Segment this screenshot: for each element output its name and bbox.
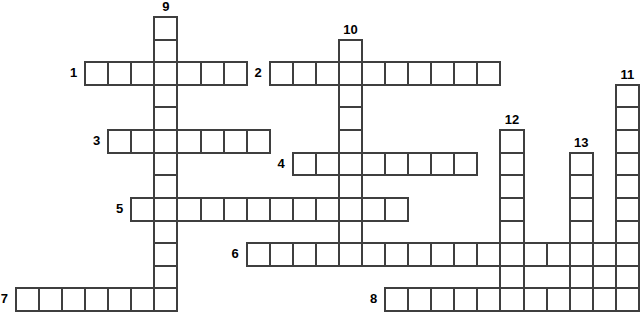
cell-r12-c24[interactable] [569, 287, 594, 312]
cell-r10-c14[interactable] [338, 242, 363, 267]
cell-r11-c6[interactable] [153, 265, 178, 290]
cell-r12-c20[interactable] [476, 287, 501, 312]
cell-r7-c21[interactable] [499, 174, 524, 199]
cell-r6-c14[interactable] [338, 152, 363, 177]
cell-r10-c13[interactable] [315, 242, 340, 267]
cell-r6-c18[interactable] [430, 152, 455, 177]
cell-r6-c13[interactable] [315, 152, 340, 177]
clue-number-3: 3 [77, 129, 100, 154]
cell-r8-c6[interactable] [153, 197, 178, 222]
cell-r10-c16[interactable] [384, 242, 409, 267]
cell-r6-c16[interactable] [384, 152, 409, 177]
cell-r3-c14[interactable] [338, 84, 363, 109]
cell-r8-c16[interactable] [384, 197, 409, 222]
cell-r1-c14[interactable] [338, 39, 363, 64]
cell-r10-c12[interactable] [292, 242, 317, 267]
cell-r3-c6[interactable] [153, 84, 178, 109]
cell-r12-c16[interactable] [384, 287, 409, 312]
cell-r8-c11[interactable] [269, 197, 294, 222]
cell-r8-c9[interactable] [223, 197, 248, 222]
cell-r11-c21[interactable] [499, 265, 524, 290]
cell-r7-c26[interactable] [615, 174, 640, 199]
cell-r10-c25[interactable] [592, 242, 617, 267]
cell-r9-c6[interactable] [153, 220, 178, 245]
cell-r10-c24[interactable] [569, 242, 594, 267]
cell-r12-c17[interactable] [407, 287, 432, 312]
cell-r2-c5[interactable] [130, 61, 155, 86]
cell-r6-c19[interactable] [453, 152, 478, 177]
cell-r2-c4[interactable] [107, 61, 132, 86]
cell-r4-c14[interactable] [338, 106, 363, 131]
clue-number-5: 5 [100, 197, 123, 222]
cell-r10-c15[interactable] [361, 242, 386, 267]
cell-r10-c19[interactable] [453, 242, 478, 267]
cell-r12-c25[interactable] [592, 287, 617, 312]
cell-r6-c21[interactable] [499, 152, 524, 177]
cell-r2-c13[interactable] [315, 61, 340, 86]
cell-r8-c10[interactable] [246, 197, 271, 222]
cell-r7-c24[interactable] [569, 174, 594, 199]
cell-r5-c8[interactable] [200, 129, 225, 154]
cell-r12-c23[interactable] [546, 287, 571, 312]
cell-r6-c15[interactable] [361, 152, 386, 177]
cell-r6-c12[interactable] [292, 152, 317, 177]
cell-r5-c26[interactable] [615, 129, 640, 154]
cell-r10-c21[interactable] [499, 242, 524, 267]
cell-r12-c6[interactable] [153, 287, 178, 312]
cell-r2-c14[interactable] [338, 61, 363, 86]
cell-r10-c26[interactable] [615, 242, 640, 267]
cell-r8-c5[interactable] [130, 197, 155, 222]
clue-number-11: 11 [612, 67, 640, 82]
clue-number-2: 2 [239, 61, 262, 86]
cell-r5-c9[interactable] [223, 129, 248, 154]
cell-r10-c10[interactable] [246, 242, 271, 267]
cell-r2-c11[interactable] [269, 61, 294, 86]
crossword-board: 12345678910111213 [0, 0, 640, 312]
cell-r11-c24[interactable] [569, 265, 594, 290]
cell-r8-c14[interactable] [338, 197, 363, 222]
clue-number-7: 7 [0, 287, 8, 312]
cell-r5-c21[interactable] [499, 129, 524, 154]
cell-r6-c24[interactable] [569, 152, 594, 177]
cell-r12-c21[interactable] [499, 287, 524, 312]
cell-r2-c6[interactable] [153, 61, 178, 86]
cell-r8-c15[interactable] [361, 197, 386, 222]
clue-number-6: 6 [216, 242, 239, 267]
cell-r8-c7[interactable] [176, 197, 201, 222]
cell-r10-c18[interactable] [430, 242, 455, 267]
cell-r5-c7[interactable] [176, 129, 201, 154]
cell-r5-c14[interactable] [338, 129, 363, 154]
cell-r12-c0[interactable] [15, 287, 40, 312]
cell-r1-c6[interactable] [153, 39, 178, 64]
cell-r12-c19[interactable] [453, 287, 478, 312]
cell-r4-c6[interactable] [153, 106, 178, 131]
cell-r12-c4[interactable] [107, 287, 132, 312]
cell-r12-c5[interactable] [130, 287, 155, 312]
clue-number-9: 9 [151, 0, 181, 14]
cell-r8-c12[interactable] [292, 197, 317, 222]
cell-r9-c21[interactable] [499, 220, 524, 245]
cell-r7-c14[interactable] [338, 174, 363, 199]
cell-r6-c26[interactable] [615, 152, 640, 177]
cell-r2-c7[interactable] [176, 61, 201, 86]
cell-r2-c12[interactable] [292, 61, 317, 86]
cell-r6-c17[interactable] [407, 152, 432, 177]
cell-r3-c26[interactable] [615, 84, 640, 109]
cell-r5-c10[interactable] [246, 129, 271, 154]
cell-r2-c16[interactable] [384, 61, 409, 86]
clue-number-12: 12 [497, 112, 527, 127]
cell-r12-c1[interactable] [38, 287, 63, 312]
clue-number-10: 10 [336, 22, 366, 37]
cell-r0-c6[interactable] [153, 16, 178, 41]
cell-r8-c21[interactable] [499, 197, 524, 222]
cell-r2-c8[interactable] [200, 61, 225, 86]
cell-r10-c6[interactable] [153, 242, 178, 267]
cell-r2-c20[interactable] [476, 61, 501, 86]
cell-r10-c22[interactable] [523, 242, 548, 267]
cell-r2-c19[interactable] [453, 61, 478, 86]
cell-r12-c26[interactable] [615, 287, 640, 312]
cell-r2-c17[interactable] [407, 61, 432, 86]
cell-r7-c6[interactable] [153, 174, 178, 199]
cell-r8-c8[interactable] [200, 197, 225, 222]
clue-number-8: 8 [354, 287, 377, 312]
clue-number-13: 13 [566, 135, 596, 150]
cell-r2-c18[interactable] [430, 61, 455, 86]
cell-r12-c2[interactable] [61, 287, 86, 312]
cell-r2-c3[interactable] [84, 61, 109, 86]
cell-r10-c23[interactable] [546, 242, 571, 267]
cell-r12-c18[interactable] [430, 287, 455, 312]
cell-r9-c14[interactable] [338, 220, 363, 245]
cell-r9-c24[interactable] [569, 220, 594, 245]
clue-number-4: 4 [262, 152, 285, 177]
cell-r10-c11[interactable] [269, 242, 294, 267]
cell-r5-c5[interactable] [130, 129, 155, 154]
cell-r2-c15[interactable] [361, 61, 386, 86]
cell-r8-c13[interactable] [315, 197, 340, 222]
cell-r11-c26[interactable] [615, 265, 640, 290]
cell-r5-c4[interactable] [107, 129, 132, 154]
cell-r12-c22[interactable] [523, 287, 548, 312]
cell-r10-c20[interactable] [476, 242, 501, 267]
cell-r10-c17[interactable] [407, 242, 432, 267]
cell-r8-c26[interactable] [615, 197, 640, 222]
cell-r5-c6[interactable] [153, 129, 178, 154]
cell-r6-c6[interactable] [153, 152, 178, 177]
clue-number-1: 1 [54, 61, 77, 86]
cell-r4-c26[interactable] [615, 106, 640, 131]
cell-r8-c24[interactable] [569, 197, 594, 222]
cell-r9-c26[interactable] [615, 220, 640, 245]
cell-r12-c3[interactable] [84, 287, 109, 312]
